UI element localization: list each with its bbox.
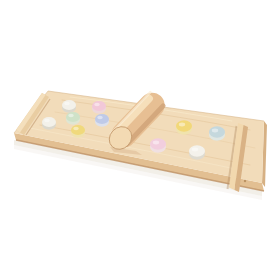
disc-white-left[interactable] xyxy=(62,100,76,113)
disc-mint-left[interactable] xyxy=(66,112,80,125)
disc-shape xyxy=(64,102,70,106)
disc-periwinkle-left[interactable] xyxy=(95,114,109,127)
disc-yellow-left[interactable] xyxy=(71,125,85,138)
disc-shape xyxy=(92,101,106,111)
disc-shape xyxy=(62,100,76,110)
disc-shape xyxy=(94,103,100,107)
disc-shape xyxy=(73,127,79,131)
disc-shape xyxy=(95,114,109,124)
disc-pink-right[interactable] xyxy=(150,138,166,152)
disc-yellow-right[interactable] xyxy=(176,120,192,134)
disc-white-left[interactable] xyxy=(42,117,56,130)
disc-shape xyxy=(97,116,103,120)
disc-blue-right[interactable] xyxy=(209,126,225,140)
disc-shape xyxy=(44,119,50,123)
disc-pink-left[interactable] xyxy=(92,101,106,114)
disc-shape xyxy=(68,114,74,118)
disc-shape xyxy=(42,117,56,127)
rail-knot xyxy=(244,180,246,182)
product-photo xyxy=(0,0,278,278)
disc-white-right[interactable] xyxy=(189,145,205,159)
disc-shape xyxy=(179,123,185,127)
disc-shape xyxy=(212,129,218,133)
disc-shape xyxy=(153,141,159,145)
disc-shape xyxy=(71,125,85,135)
disc-shape xyxy=(66,112,80,122)
disc-shape xyxy=(192,148,198,152)
